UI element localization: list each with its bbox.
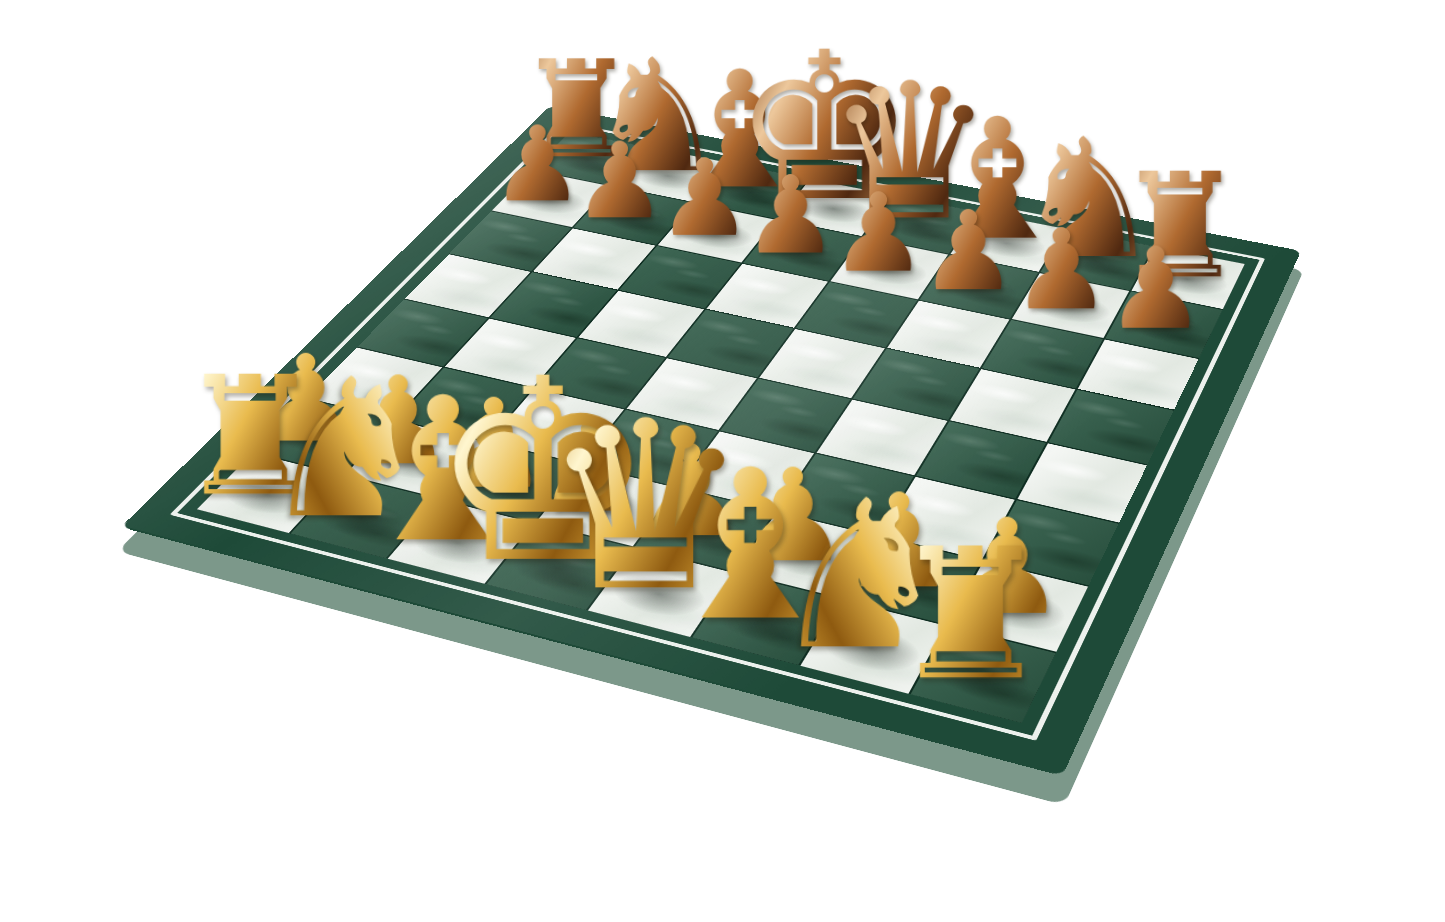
photo-scene: ♜♞♝♚♛♝♞♜♟♟♟♟♟♟♟♟♟♟♟♟♟♟♟♟♜♞♝♚♛♝♞♜: [0, 0, 1445, 922]
marble-board-slab: ♜♞♝♚♛♝♞♜♟♟♟♟♟♟♟♟♟♟♟♟♟♟♟♟♜♞♝♚♛♝♞♜: [121, 106, 1301, 776]
copper-pawn[interactable]: ♟: [1009, 238, 1303, 342]
brass-rook[interactable]: ♜: [793, 532, 1149, 698]
